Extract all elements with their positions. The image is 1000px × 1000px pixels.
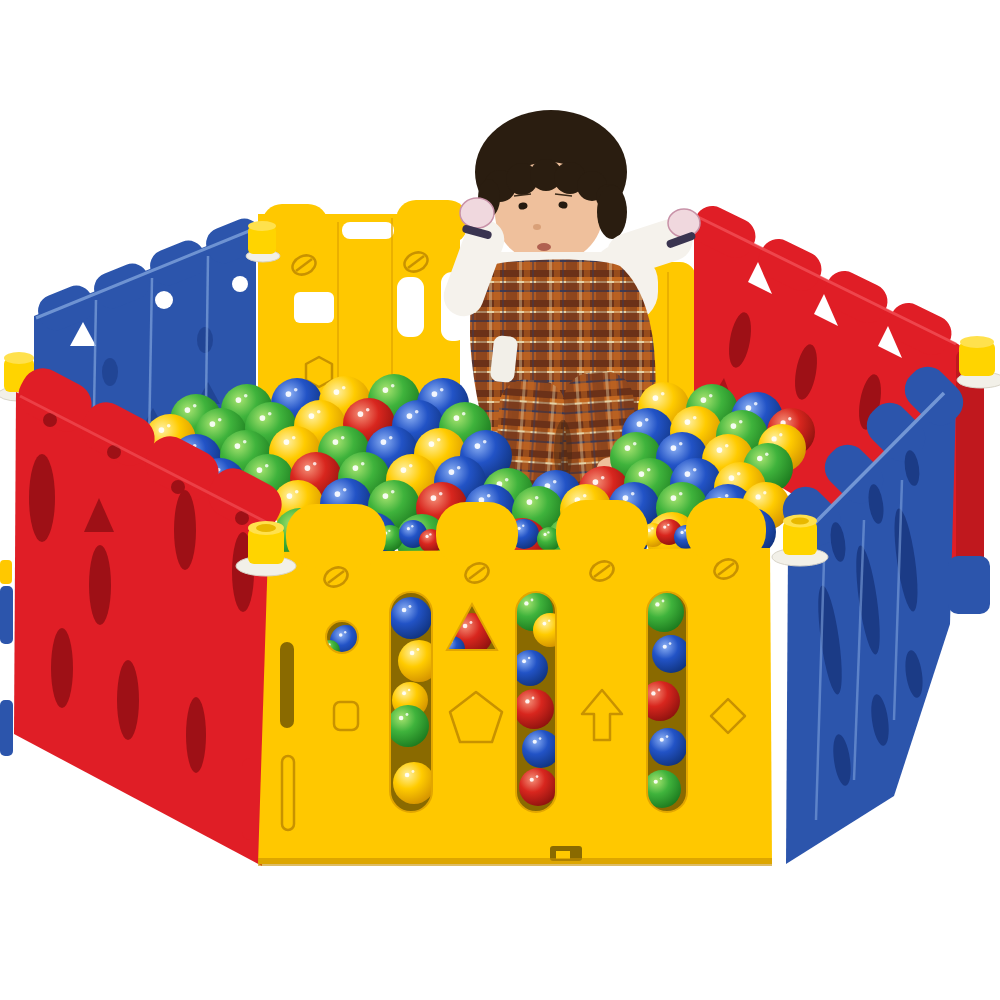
ball-glint <box>218 418 222 422</box>
ball-glint <box>693 416 697 420</box>
ball-glint <box>268 412 272 416</box>
window-cutout <box>294 292 334 323</box>
ball-glint <box>454 415 460 421</box>
ball-glint <box>429 441 435 447</box>
ball-glint <box>755 494 760 499</box>
connector-top <box>960 336 994 348</box>
ball-glint <box>260 415 266 421</box>
ball-glint <box>655 602 659 606</box>
ball-glint <box>660 738 664 742</box>
ball-glint <box>729 475 735 481</box>
child-nose <box>533 224 541 230</box>
circle-cutout <box>155 291 173 309</box>
ball-glint <box>469 621 472 624</box>
ball-glint <box>235 443 241 449</box>
ball-glint <box>265 464 269 468</box>
ball-glint <box>601 476 605 480</box>
ball-glint <box>415 410 419 414</box>
panel-front-center-yellow <box>258 498 772 866</box>
connector-top-inner <box>256 524 276 532</box>
ball-glint <box>236 397 242 403</box>
ball-glint <box>292 436 296 440</box>
ball-glint <box>409 464 413 468</box>
ball-glint <box>645 418 649 422</box>
ball-glint <box>407 527 410 530</box>
picket-head <box>286 504 386 568</box>
oval-slot <box>89 545 111 625</box>
ball-glint <box>527 499 533 505</box>
ball-glint <box>533 740 537 744</box>
ball-glint <box>295 490 299 494</box>
ball-glint <box>662 600 665 603</box>
ball-glint <box>389 436 393 440</box>
ball-glint <box>334 389 340 395</box>
ball-glint <box>381 439 387 445</box>
child-left-mitten <box>460 198 494 228</box>
ball-glint <box>361 462 365 466</box>
ball-glint <box>243 440 247 444</box>
ball-glint <box>341 436 345 440</box>
ball-glint <box>358 411 364 417</box>
ball-glint <box>679 492 683 496</box>
ball-glint <box>408 605 411 608</box>
scene-svg <box>0 0 1000 1000</box>
ball-glint <box>366 408 370 412</box>
ball-glint <box>457 466 461 470</box>
ball-glint <box>653 395 659 401</box>
ball-glint <box>763 491 766 494</box>
picket-head <box>396 200 468 244</box>
ball-glint <box>725 444 729 448</box>
ball-glint <box>343 488 347 492</box>
ball-glint <box>553 480 557 484</box>
ball-glint <box>651 527 653 529</box>
ball-glint <box>411 525 413 527</box>
ball-glint <box>483 440 487 444</box>
ball-glint <box>536 775 539 778</box>
connector-knob-back-top <box>246 221 280 262</box>
connector-top <box>248 221 276 231</box>
slot-window-3 <box>640 592 690 812</box>
ball-glint <box>353 465 359 471</box>
ball-glint <box>383 387 389 393</box>
ball-glint <box>410 651 415 656</box>
ball-glint <box>159 427 165 433</box>
ball-glint <box>654 780 658 784</box>
ball-glint <box>583 494 587 498</box>
ball-b <box>390 597 432 639</box>
ball-glint <box>391 490 395 494</box>
ball-glint <box>625 445 631 451</box>
ball-glint <box>391 384 395 388</box>
left-edge-yellow-tab <box>0 560 12 584</box>
ball-glint <box>739 420 743 424</box>
ball-glint <box>309 413 315 419</box>
left-edge-blue-tab <box>0 586 13 644</box>
ball-glint <box>548 619 550 621</box>
ball-glint <box>525 699 529 703</box>
oval-slot <box>174 490 196 570</box>
ball-glint <box>680 531 683 534</box>
ball-glint <box>294 388 298 392</box>
picket-head <box>686 498 766 562</box>
ball-glint <box>771 436 776 441</box>
ball-glint <box>487 494 491 498</box>
ball-r <box>519 768 557 806</box>
ball-glint <box>663 525 666 528</box>
ball-glint <box>440 388 444 392</box>
ball-glint <box>623 495 629 501</box>
ball-glint <box>709 394 713 398</box>
ball-glint <box>402 691 406 695</box>
ball-glint <box>779 433 782 436</box>
ball-glint <box>437 438 441 442</box>
ball-glint <box>701 397 707 403</box>
ball-glint <box>462 412 466 416</box>
oval-slot <box>51 628 73 708</box>
ball-glint <box>757 456 763 462</box>
ball-glint <box>431 495 437 501</box>
ball-glint <box>685 419 691 425</box>
window-cutout <box>397 277 424 337</box>
ball-glint <box>432 391 438 397</box>
ball-glint <box>429 533 431 535</box>
child-mouth <box>537 243 551 251</box>
ball-glint <box>344 631 346 633</box>
ball-glint <box>685 471 691 477</box>
ball-glint <box>528 657 531 660</box>
ball-glint <box>717 447 723 453</box>
ball-glint <box>666 735 669 738</box>
ball-b <box>522 730 560 768</box>
ball-glint <box>425 535 428 538</box>
left-edge-blue-tab <box>0 700 13 756</box>
ball-g <box>387 705 429 747</box>
ball-r <box>514 689 554 729</box>
oval-emboss <box>197 327 213 353</box>
ball-glint <box>524 601 528 605</box>
ball-glint <box>405 713 408 716</box>
child-right-mitten <box>668 209 700 237</box>
circle-cutout <box>232 276 248 292</box>
handle-slot-cutout <box>342 222 394 239</box>
ball-glint <box>401 467 407 473</box>
ball-glint <box>185 407 191 413</box>
oval-slot <box>117 660 139 740</box>
ball-glint <box>313 462 317 466</box>
ball-glint <box>405 773 410 778</box>
ball-glint <box>658 689 661 692</box>
ball-glint <box>679 442 683 446</box>
ball-glint <box>661 392 665 396</box>
ball-glint <box>284 439 290 445</box>
ball-glint <box>637 421 643 427</box>
hinge-tab <box>948 556 990 614</box>
ball-glint <box>547 531 549 533</box>
ball-glint <box>517 527 520 530</box>
ball-y <box>393 762 435 804</box>
oval-slot <box>186 697 206 773</box>
ball-glint <box>210 421 216 427</box>
ball-glint <box>305 465 311 471</box>
ball-glint <box>543 533 546 536</box>
connector-top <box>4 352 34 364</box>
ball-glint <box>287 493 293 499</box>
ball-glint <box>286 391 292 397</box>
child-pocket <box>490 335 519 383</box>
picket-head <box>436 502 518 566</box>
ball-glint <box>667 524 669 526</box>
ball-glint <box>416 648 419 651</box>
ball-glint <box>671 445 677 451</box>
ball-glint <box>651 691 655 695</box>
ball-glint <box>737 472 741 476</box>
oval-emboss <box>102 358 118 386</box>
ball-glint <box>333 439 339 445</box>
ball-b <box>652 635 690 673</box>
ball-glint <box>167 424 171 428</box>
bottom-edge-shade <box>258 858 772 866</box>
ball-glint <box>339 633 343 637</box>
oval-slot <box>29 454 55 542</box>
ball-glint <box>342 386 346 390</box>
ball-glint <box>402 608 407 613</box>
ball-glint <box>639 471 645 477</box>
ball-glint <box>244 394 248 398</box>
ball-glint <box>671 495 677 501</box>
ball-glint <box>647 468 651 472</box>
bottom-latch-tab <box>556 851 570 859</box>
ball-glint <box>408 689 411 692</box>
ball-glint <box>193 404 197 408</box>
ball-glint <box>522 525 524 527</box>
ball-glint <box>317 410 321 414</box>
ball-glint <box>407 413 413 419</box>
edge-slot <box>280 642 294 728</box>
ball-glint <box>731 423 737 429</box>
ball-glint <box>725 494 729 498</box>
ball-glint <box>593 479 599 485</box>
ball-glint <box>257 467 263 473</box>
ball-glint <box>633 442 637 446</box>
ball-glint <box>788 417 791 420</box>
ball-glint <box>505 478 509 482</box>
ball-glint <box>693 468 697 472</box>
ball-glint <box>754 402 758 406</box>
ball-glint <box>530 778 534 782</box>
ball-glint <box>531 599 534 602</box>
ball-glint <box>631 492 635 496</box>
ball-glint <box>383 493 389 499</box>
connector-top-inner <box>791 518 809 525</box>
ball-glint <box>765 453 769 457</box>
ball-glint <box>399 716 404 721</box>
ball-glint <box>535 496 539 500</box>
ball-glint <box>746 405 752 411</box>
ball-glint <box>543 622 547 626</box>
ball-glint <box>663 645 667 649</box>
connector-knob-back-right <box>957 336 1000 388</box>
ball-glint <box>439 492 443 496</box>
ball-glint <box>388 530 390 532</box>
ball-glint <box>475 443 481 449</box>
ball-glint <box>411 770 414 773</box>
ball-glint <box>449 469 455 475</box>
picket-head <box>556 500 648 564</box>
product-photo-stage <box>0 0 1000 1000</box>
ball-glint <box>522 659 526 663</box>
ball-glint <box>463 624 468 629</box>
ball-glint <box>669 642 672 645</box>
ball-glint <box>532 697 535 700</box>
ball-glint <box>660 777 663 780</box>
ball-glint <box>539 737 542 740</box>
ball-b <box>512 650 548 686</box>
slot-window-1 <box>387 592 440 812</box>
ball-glint <box>335 491 341 497</box>
ball-b <box>649 728 687 766</box>
